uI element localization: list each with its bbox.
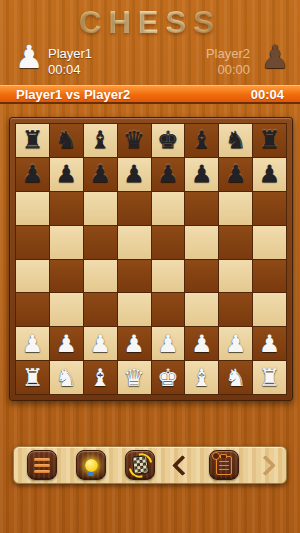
white-piece-p: ♟ [259,332,281,356]
square-f6[interactable] [185,192,218,225]
black-piece-b: ♝ [191,128,213,152]
black-piece-n: ♞ [225,128,247,152]
app-background: CHESS ♟ Player1 00:04 Player2 00:00 ♟ Pl… [0,0,300,533]
square-d2[interactable]: ♟ [118,327,151,360]
square-d6[interactable] [118,192,151,225]
square-f5[interactable] [185,226,218,259]
square-g1[interactable]: ♞ [219,361,252,394]
square-b2[interactable]: ♟ [50,327,83,360]
square-c8[interactable]: ♝ [84,124,117,157]
hint-button[interactable] [76,450,106,480]
white-piece-p: ♟ [22,332,44,356]
square-a5[interactable] [16,226,49,259]
white-piece-p: ♟ [123,332,145,356]
square-g8[interactable]: ♞ [219,124,252,157]
square-e6[interactable] [152,192,185,225]
square-b4[interactable] [50,260,83,293]
square-d5[interactable] [118,226,151,259]
white-piece-q: ♛ [123,366,145,390]
white-piece-b: ♝ [191,366,213,390]
square-g2[interactable]: ♟ [219,327,252,360]
board-frame: ♜♞♝♛♚♝♞♜♟♟♟♟♟♟♟♟♟♟♟♟♟♟♟♟♜♞♝♛♚♝♞♜ [9,117,293,401]
player1-name: Player1 [48,46,92,61]
white-piece-p: ♟ [89,332,111,356]
square-h6[interactable] [253,192,286,225]
square-c6[interactable] [84,192,117,225]
status-game-clock: 00:04 [251,87,284,102]
square-b3[interactable] [50,293,83,326]
square-c7[interactable]: ♟ [84,158,117,191]
square-b5[interactable] [50,226,83,259]
lightbulb-icon [85,459,98,472]
square-a2[interactable]: ♟ [16,327,49,360]
square-h8[interactable]: ♜ [253,124,286,157]
square-a7[interactable]: ♟ [16,158,49,191]
square-d8[interactable]: ♛ [118,124,151,157]
square-c3[interactable] [84,293,117,326]
player2-time: 00:00 [217,62,250,77]
square-e4[interactable] [152,260,185,293]
black-piece-p: ♟ [191,162,213,186]
square-h5[interactable] [253,226,286,259]
black-piece-p: ♟ [56,162,78,186]
square-f2[interactable]: ♟ [185,327,218,360]
black-piece-p: ♟ [89,162,111,186]
square-f4[interactable] [185,260,218,293]
square-e3[interactable] [152,293,185,326]
square-f3[interactable] [185,293,218,326]
square-c1[interactable]: ♝ [84,361,117,394]
white-piece-b: ♝ [89,366,111,390]
square-h7[interactable]: ♟ [253,158,286,191]
chevron-left-icon[interactable] [171,454,192,475]
hamburger-icon [34,458,50,473]
black-piece-r: ♜ [259,128,281,152]
square-d3[interactable] [118,293,151,326]
white-piece-p: ♟ [225,332,247,356]
black-piece-r: ♜ [22,128,44,152]
square-e8[interactable]: ♚ [152,124,185,157]
square-a3[interactable] [16,293,49,326]
square-d1[interactable]: ♛ [118,361,151,394]
square-e1[interactable]: ♚ [152,361,185,394]
black-piece-p: ♟ [22,162,44,186]
black-piece-b: ♝ [89,128,111,152]
chevron-right-icon[interactable] [255,454,276,475]
square-a8[interactable]: ♜ [16,124,49,157]
app-title: CHESS [0,5,300,41]
square-g4[interactable] [219,260,252,293]
white-piece-n: ♞ [56,366,78,390]
black-pawn-icon: ♟ [258,40,292,74]
square-a4[interactable] [16,260,49,293]
square-b7[interactable]: ♟ [50,158,83,191]
square-c4[interactable] [84,260,117,293]
white-piece-p: ♟ [191,332,213,356]
square-f7[interactable]: ♟ [185,158,218,191]
white-piece-k: ♚ [157,366,179,390]
square-e2[interactable]: ♟ [152,327,185,360]
square-d4[interactable] [118,260,151,293]
square-h3[interactable] [253,293,286,326]
square-h2[interactable]: ♟ [253,327,286,360]
white-piece-r: ♜ [22,366,44,390]
square-f8[interactable]: ♝ [185,124,218,157]
rotate-board-icon [132,455,149,474]
white-piece-r: ♜ [259,366,281,390]
square-c5[interactable] [84,226,117,259]
rotate-board-button[interactable] [125,450,155,480]
square-b1[interactable]: ♞ [50,361,83,394]
square-e7[interactable]: ♟ [152,158,185,191]
black-piece-n: ♞ [56,128,78,152]
square-c2[interactable]: ♟ [84,327,117,360]
clipboard-clock-icon [216,456,232,475]
white-piece-n: ♞ [225,366,247,390]
white-piece-p: ♟ [157,332,179,356]
square-a6[interactable] [16,192,49,225]
player1-time: 00:04 [48,62,81,77]
white-pawn-icon: ♟ [12,40,46,74]
square-b6[interactable] [50,192,83,225]
black-piece-k: ♚ [157,128,179,152]
player2-name: Player2 [206,46,250,61]
black-piece-p: ♟ [259,162,281,186]
square-g7[interactable]: ♟ [219,158,252,191]
black-piece-p: ♟ [123,162,145,186]
square-b8[interactable]: ♞ [50,124,83,157]
black-piece-p: ♟ [225,162,247,186]
square-f1[interactable]: ♝ [185,361,218,394]
square-h4[interactable] [253,260,286,293]
status-matchup-label: Player1 vs Player2 [16,87,130,102]
white-piece-p: ♟ [56,332,78,356]
square-h1[interactable]: ♜ [253,361,286,394]
menu-button[interactable] [27,450,57,480]
square-g5[interactable] [219,226,252,259]
black-piece-q: ♛ [123,128,145,152]
square-g3[interactable] [219,293,252,326]
status-bar: Player1 vs Player2 00:04 [0,85,300,104]
square-e5[interactable] [152,226,185,259]
move-list-button[interactable] [209,450,239,480]
square-a1[interactable]: ♜ [16,361,49,394]
bottom-toolbar [13,446,287,484]
chess-board: ♜♞♝♛♚♝♞♜♟♟♟♟♟♟♟♟♟♟♟♟♟♟♟♟♜♞♝♛♚♝♞♜ [15,123,287,395]
square-d7[interactable]: ♟ [118,158,151,191]
black-piece-p: ♟ [157,162,179,186]
square-g6[interactable] [219,192,252,225]
